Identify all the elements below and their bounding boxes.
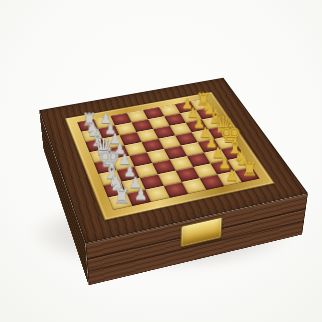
square-f1: ♝: [99, 170, 122, 185]
piece-gold-pawn: ♟: [179, 97, 196, 110]
case-clasp-icon: [180, 217, 222, 247]
chess-board: ♜♟♟♜♞♟♟♞♝♟♟♝♛♟♟♛♚♟♟♚♝♟♟♝♞♟♟♞♜♟♟♜: [77, 99, 259, 210]
square-f7: ♟: [204, 149, 228, 163]
piece-gold-pawn: ♟: [216, 156, 235, 171]
scene: ♜♟♟♜♞♟♟♞♝♟♟♝♛♟♟♛♚♟♟♚♝♟♟♝♞♟♟♞♜♟♟♜: [0, 0, 322, 322]
square-h7: ♟: [217, 171, 242, 186]
square-h8: ♜: [235, 167, 260, 182]
square-d6: [175, 132, 198, 145]
square-e6: [181, 142, 204, 156]
chess-case: ♜♟♟♜♞♟♟♞♝♟♟♝♛♟♟♛♚♟♟♚♝♟♟♝♞♟♟♞♜♟♟♜: [39, 78, 308, 244]
square-g8: ♞: [228, 156, 252, 171]
piece-gold-rook: ♜: [195, 91, 212, 108]
square-h2: ♟: [127, 190, 151, 206]
board-frame: ♜♟♟♜♞♟♟♞♝♟♟♝♛♟♟♛♚♟♟♚♝♟♟♝♞♟♟♞♜♟♟♜: [65, 92, 275, 221]
